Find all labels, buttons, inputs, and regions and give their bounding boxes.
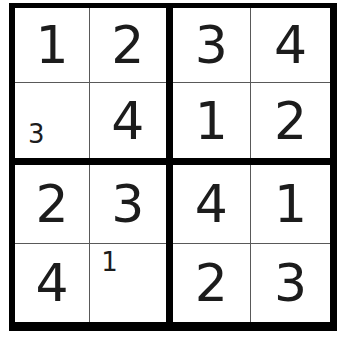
cell-r3c2[interactable]: 3 — [90, 165, 165, 244]
cell-r4c3[interactable]: 2 — [173, 244, 252, 323]
cell-r1c2[interactable]: 2 — [90, 8, 165, 83]
box-bottom-right: 4 1 2 3 — [173, 165, 331, 322]
cell-r4c2[interactable]: 1 — [90, 244, 165, 323]
cell-r3c4[interactable]: 1 — [251, 165, 330, 244]
box-bottom-left: 2 3 4 1 — [15, 165, 173, 322]
cell-r1c3[interactable]: 3 — [173, 8, 252, 83]
cell-r2c1[interactable]: 3 — [15, 83, 90, 158]
cell-r3c3[interactable]: 4 — [173, 165, 252, 244]
cell-r2c3[interactable]: 1 — [173, 83, 252, 158]
cell-r4c4[interactable]: 3 — [251, 244, 330, 323]
cell-r4c1[interactable]: 4 — [15, 244, 90, 323]
box-top-right: 3 4 1 2 — [173, 8, 331, 165]
sudoku-board: 1 2 3 4 3 4 1 2 2 3 4 1 4 1 2 3 — [9, 3, 337, 331]
cell-r2c2[interactable]: 4 — [90, 83, 165, 158]
cell-r3c1[interactable]: 2 — [15, 165, 90, 244]
cell-r1c4[interactable]: 4 — [251, 8, 330, 83]
page: 1 2 3 4 3 4 1 2 2 3 4 1 4 1 2 3 — [0, 0, 346, 350]
box-top-left: 1 2 3 4 — [15, 8, 173, 165]
cell-r1c1[interactable]: 1 — [15, 8, 90, 83]
cell-r2c4[interactable]: 2 — [251, 83, 330, 158]
